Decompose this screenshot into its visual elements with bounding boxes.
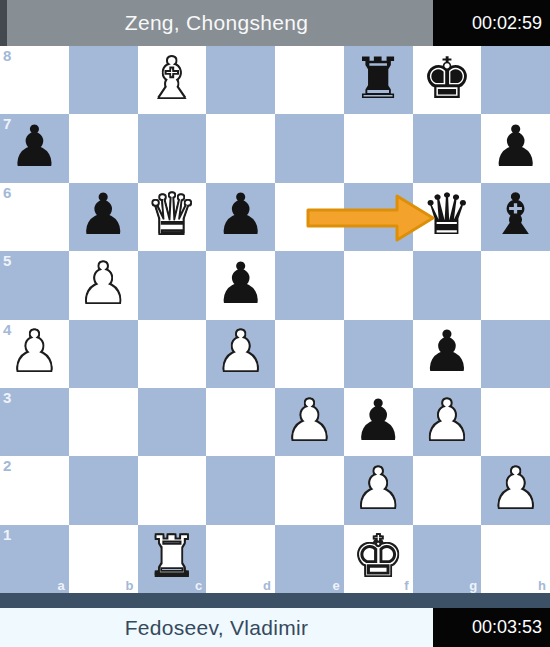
- piece-white-pawn[interactable]: ♟: [215, 323, 266, 380]
- square-a1[interactable]: 1a: [0, 525, 69, 593]
- square-c4[interactable]: [138, 320, 207, 388]
- square-d3[interactable]: [206, 388, 275, 456]
- piece-black-pawn[interactable]: ♟: [353, 392, 404, 449]
- square-b5[interactable]: ♟: [69, 251, 138, 319]
- square-a5[interactable]: 5: [0, 251, 69, 319]
- piece-black-king[interactable]: ♚: [421, 50, 472, 107]
- board-bottom-separator: [0, 593, 550, 608]
- square-f6[interactable]: [344, 183, 413, 251]
- square-h6[interactable]: ♝: [481, 183, 550, 251]
- piece-black-pawn[interactable]: ♟: [490, 118, 541, 175]
- square-d4[interactable]: ♟: [206, 320, 275, 388]
- rank-label-3: 3: [3, 389, 11, 406]
- piece-white-pawn[interactable]: ♟: [78, 255, 129, 312]
- square-e8[interactable]: [275, 46, 344, 114]
- square-b4[interactable]: [69, 320, 138, 388]
- bottom-player-clock: 00:03:53: [433, 608, 550, 647]
- square-c7[interactable]: [138, 114, 207, 182]
- top-player-name: Zeng, Chongsheng: [0, 0, 433, 46]
- square-c1[interactable]: c♜: [138, 525, 207, 593]
- square-a4[interactable]: 4♟: [0, 320, 69, 388]
- piece-black-pawn[interactable]: ♟: [215, 186, 266, 243]
- square-e5[interactable]: [275, 251, 344, 319]
- file-label-h: h: [538, 578, 546, 593]
- rank-label-5: 5: [3, 252, 11, 269]
- square-c5[interactable]: [138, 251, 207, 319]
- square-d2[interactable]: [206, 456, 275, 524]
- square-c6[interactable]: ♛: [138, 183, 207, 251]
- file-label-b: b: [126, 578, 134, 593]
- square-h5[interactable]: [481, 251, 550, 319]
- square-g5[interactable]: [413, 251, 482, 319]
- piece-white-king[interactable]: ♚: [353, 528, 404, 585]
- rank-label-8: 8: [3, 47, 11, 64]
- square-e7[interactable]: [275, 114, 344, 182]
- square-f2[interactable]: ♟: [344, 456, 413, 524]
- square-f8[interactable]: ♜: [344, 46, 413, 114]
- file-label-f: f: [404, 578, 408, 593]
- chess-game-view: Zeng, Chongsheng 00:02:59 8♝♜♚7♟♟6♟♛♟♛♝5…: [0, 0, 550, 647]
- square-g6[interactable]: ♛: [413, 183, 482, 251]
- square-b1[interactable]: b: [69, 525, 138, 593]
- square-f1[interactable]: f♚: [344, 525, 413, 593]
- piece-black-pawn[interactable]: ♟: [421, 323, 472, 380]
- square-a3[interactable]: 3: [0, 388, 69, 456]
- rank-label-1: 1: [3, 526, 11, 543]
- piece-white-pawn[interactable]: ♟: [421, 392, 472, 449]
- square-b8[interactable]: [69, 46, 138, 114]
- file-label-g: g: [469, 578, 477, 593]
- square-d7[interactable]: [206, 114, 275, 182]
- piece-white-pawn[interactable]: ♟: [353, 460, 404, 517]
- square-e4[interactable]: [275, 320, 344, 388]
- square-g2[interactable]: [413, 456, 482, 524]
- square-c2[interactable]: [138, 456, 207, 524]
- square-h7[interactable]: ♟: [481, 114, 550, 182]
- piece-white-bishop[interactable]: ♝: [146, 50, 197, 107]
- file-label-e: e: [333, 578, 340, 593]
- square-d1[interactable]: d: [206, 525, 275, 593]
- file-label-d: d: [263, 578, 271, 593]
- square-a6[interactable]: 6: [0, 183, 69, 251]
- rank-label-6: 6: [3, 184, 11, 201]
- square-h4[interactable]: [481, 320, 550, 388]
- square-f7[interactable]: [344, 114, 413, 182]
- square-e2[interactable]: [275, 456, 344, 524]
- square-g4[interactable]: ♟: [413, 320, 482, 388]
- file-label-a: a: [58, 578, 65, 593]
- square-a8[interactable]: 8: [0, 46, 69, 114]
- square-h2[interactable]: ♟: [481, 456, 550, 524]
- piece-black-bishop[interactable]: ♝: [490, 186, 541, 243]
- square-d5[interactable]: ♟: [206, 251, 275, 319]
- square-b6[interactable]: ♟: [69, 183, 138, 251]
- square-g3[interactable]: ♟: [413, 388, 482, 456]
- square-h3[interactable]: [481, 388, 550, 456]
- chess-board: 8♝♜♚7♟♟6♟♛♟♛♝5♟♟4♟♟♟3♟♟♟2♟♟1abc♜def♚gh: [0, 46, 550, 593]
- square-d8[interactable]: [206, 46, 275, 114]
- square-e6[interactable]: [275, 183, 344, 251]
- piece-black-rook[interactable]: ♜: [353, 50, 404, 107]
- piece-black-pawn[interactable]: ♟: [78, 186, 129, 243]
- piece-black-queen[interactable]: ♛: [421, 186, 472, 243]
- piece-black-pawn[interactable]: ♟: [9, 118, 60, 175]
- square-g1[interactable]: g: [413, 525, 482, 593]
- square-e1[interactable]: e: [275, 525, 344, 593]
- square-b7[interactable]: [69, 114, 138, 182]
- square-b3[interactable]: [69, 388, 138, 456]
- top-player-bar: Zeng, Chongsheng 00:02:59: [0, 0, 550, 46]
- bottom-player-name: Fedoseev, Vladimir: [0, 608, 433, 647]
- square-c3[interactable]: [138, 388, 207, 456]
- square-c8[interactable]: ♝: [138, 46, 207, 114]
- window-edge-strip: [0, 0, 7, 46]
- square-g7[interactable]: [413, 114, 482, 182]
- square-h8[interactable]: [481, 46, 550, 114]
- piece-white-pawn[interactable]: ♟: [284, 392, 335, 449]
- square-f4[interactable]: [344, 320, 413, 388]
- square-b2[interactable]: [69, 456, 138, 524]
- square-h1[interactable]: h: [481, 525, 550, 593]
- rank-label-2: 2: [3, 457, 11, 474]
- square-d6[interactable]: ♟: [206, 183, 275, 251]
- square-a2[interactable]: 2: [0, 456, 69, 524]
- square-f3[interactable]: ♟: [344, 388, 413, 456]
- square-f5[interactable]: [344, 251, 413, 319]
- square-e3[interactable]: ♟: [275, 388, 344, 456]
- piece-white-pawn[interactable]: ♟: [9, 323, 60, 380]
- square-g8[interactable]: ♚: [413, 46, 482, 114]
- square-a7[interactable]: 7♟: [0, 114, 69, 182]
- piece-black-pawn[interactable]: ♟: [215, 255, 266, 312]
- piece-white-pawn[interactable]: ♟: [490, 460, 541, 517]
- top-player-clock: 00:02:59: [433, 0, 550, 46]
- bottom-player-bar: Fedoseev, Vladimir 00:03:53: [0, 608, 550, 647]
- piece-white-queen[interactable]: ♛: [146, 186, 197, 243]
- piece-white-rook[interactable]: ♜: [146, 528, 197, 585]
